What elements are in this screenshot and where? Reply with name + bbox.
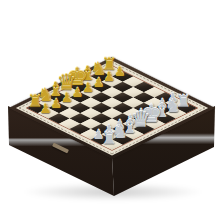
gold-rook-piece: ♜ <box>92 56 126 73</box>
chess-set-product-photo: ♜♟♟♜♞♟♟♞♝♟♟♝♚♟♟♚♛♟♟♛♝♟♟♝♞♟♟♞♜♟♟♜ <box>0 0 222 222</box>
